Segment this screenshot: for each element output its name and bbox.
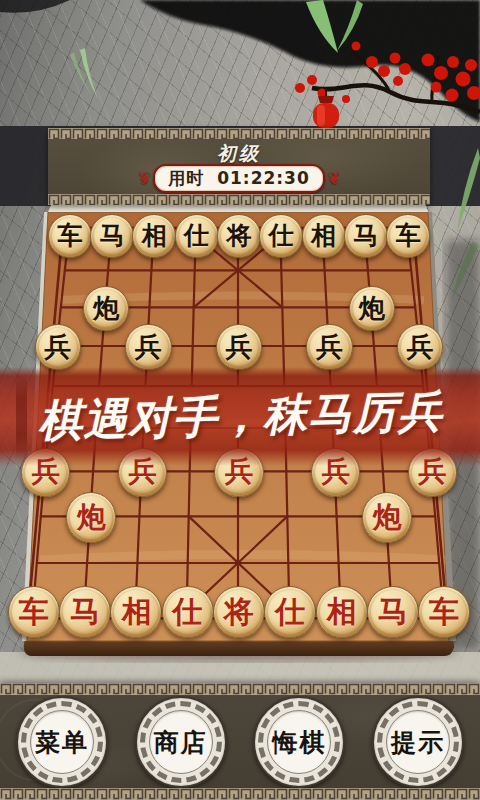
undo-button[interactable]: 悔棋 — [253, 696, 345, 788]
piece-black-soldier[interactable]: 兵 — [125, 324, 172, 371]
piece-black-cannon[interactable]: 炮 — [83, 286, 129, 332]
timer-row: ❦ 用时 01:22:30 ❦ — [48, 164, 430, 193]
piece-black-advisor[interactable]: 仕 — [259, 214, 303, 258]
buttons-row: 菜单 商店 悔棋 提示 — [0, 696, 480, 788]
piece-black-chariot[interactable]: 车 — [48, 214, 92, 258]
piece-black-general[interactable]: 将 — [217, 214, 261, 258]
hint-button[interactable]: 提示 — [372, 696, 464, 788]
meander-border — [0, 683, 480, 695]
piece-black-soldier[interactable]: 兵 — [306, 324, 353, 371]
piece-black-cannon[interactable]: 炮 — [349, 286, 395, 332]
shop-button[interactable]: 商店 — [135, 696, 227, 788]
menu-button[interactable]: 菜单 — [16, 696, 108, 788]
undo-button-face: 悔棋 — [267, 710, 331, 774]
piece-red-general[interactable]: 将 — [213, 586, 265, 638]
floral-ornament-icon: ❦ — [137, 170, 151, 187]
shop-button-face: 商店 — [149, 710, 213, 774]
banner: 棋遇对手，秣马厉兵 — [0, 367, 480, 466]
time-value: 01:22:30 — [217, 170, 310, 187]
menu-button-face: 菜单 — [30, 710, 94, 774]
game-screen: 初级 ❦ 用时 01:22:30 ❦ 车马相仕将仕相马车炮炮兵兵兵兵兵兵兵兵兵兵… — [0, 0, 480, 800]
meander-border — [48, 128, 430, 139]
piece-red-cannon[interactable]: 炮 — [362, 492, 412, 542]
piece-red-cannon[interactable]: 炮 — [66, 492, 116, 542]
meander-border — [48, 194, 430, 205]
floral-ornament-icon: ❦ — [327, 170, 341, 187]
piece-black-elephant[interactable]: 相 — [302, 214, 346, 258]
meander-border — [0, 788, 480, 800]
undo-button-label: 悔棋 — [272, 730, 326, 755]
banner-text: 棋遇对手，秣马厉兵 — [37, 382, 443, 451]
header-bar: 初级 ❦ 用时 01:22:30 ❦ — [48, 128, 430, 205]
piece-black-chariot[interactable]: 车 — [386, 214, 430, 258]
piece-red-horse[interactable]: 马 — [367, 586, 419, 638]
piece-black-advisor[interactable]: 仕 — [175, 214, 219, 258]
piece-red-elephant[interactable]: 相 — [316, 586, 368, 638]
piece-black-soldier[interactable]: 兵 — [35, 324, 82, 371]
hint-button-label: 提示 — [391, 730, 445, 755]
piece-black-horse[interactable]: 马 — [90, 214, 134, 258]
hint-button-face: 提示 — [386, 710, 450, 774]
menu-button-label: 菜单 — [35, 730, 89, 755]
timer-pill: 用时 01:22:30 — [153, 164, 325, 193]
piece-red-chariot[interactable]: 车 — [8, 586, 60, 638]
piece-black-horse[interactable]: 马 — [344, 214, 388, 258]
time-label: 用时 — [168, 170, 204, 187]
shop-button-label: 商店 — [154, 730, 208, 755]
action-bar: 菜单 商店 悔棋 提示 — [0, 683, 480, 800]
piece-red-advisor[interactable]: 仕 — [162, 586, 214, 638]
